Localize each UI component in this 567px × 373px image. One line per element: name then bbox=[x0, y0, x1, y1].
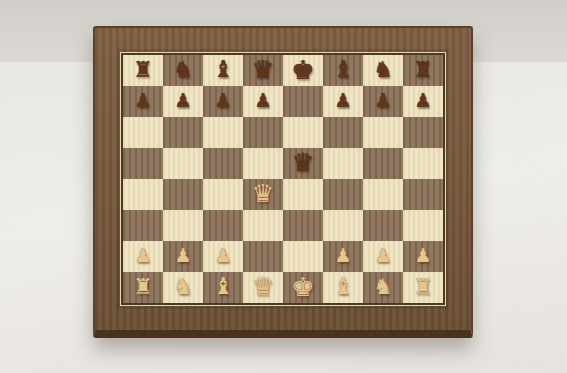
piece-white-queen-d4: ♛ bbox=[252, 181, 274, 206]
piece-black-rook-h8: ♜ bbox=[413, 59, 433, 81]
square-b5 bbox=[163, 148, 203, 179]
photo-scene: ♜♞♝♛♚♝♞♜♟♟♟♟♟♟♟♛♛♟♟♟♟♟♟♜♞♝♛♚♝♞♜ bbox=[0, 0, 567, 373]
square-d7: ♟ bbox=[243, 86, 283, 117]
piece-black-pawn-b7: ♟ bbox=[174, 91, 191, 110]
square-c2: ♟ bbox=[203, 241, 243, 272]
square-c7: ♟ bbox=[203, 86, 243, 117]
square-h4 bbox=[403, 179, 443, 210]
square-f8: ♝ bbox=[323, 55, 363, 86]
piece-black-king-e8: ♚ bbox=[291, 57, 314, 83]
square-a8: ♜ bbox=[123, 55, 163, 86]
square-c3 bbox=[203, 210, 243, 241]
square-a1: ♜ bbox=[123, 272, 163, 303]
square-c6 bbox=[203, 117, 243, 148]
square-c1: ♝ bbox=[203, 272, 243, 303]
square-g6 bbox=[363, 117, 403, 148]
square-a5 bbox=[123, 148, 163, 179]
square-b8: ♞ bbox=[163, 55, 203, 86]
square-h7: ♟ bbox=[403, 86, 443, 117]
square-b7: ♟ bbox=[163, 86, 203, 117]
square-e7 bbox=[283, 86, 323, 117]
square-b4 bbox=[163, 179, 203, 210]
square-e2 bbox=[283, 241, 323, 272]
piece-white-knight-b1: ♞ bbox=[173, 276, 193, 298]
square-d1: ♛ bbox=[243, 272, 283, 303]
square-c8: ♝ bbox=[203, 55, 243, 86]
board-frame: ♜♞♝♛♚♝♞♜♟♟♟♟♟♟♟♛♛♟♟♟♟♟♟♜♞♝♛♚♝♞♜ bbox=[93, 26, 473, 338]
square-f3 bbox=[323, 210, 363, 241]
square-h6 bbox=[403, 117, 443, 148]
square-d4: ♛ bbox=[243, 179, 283, 210]
square-e4 bbox=[283, 179, 323, 210]
square-f6 bbox=[323, 117, 363, 148]
piece-white-rook-a1: ♜ bbox=[133, 276, 153, 298]
piece-black-queen-e5: ♛ bbox=[292, 150, 314, 175]
piece-white-knight-g1: ♞ bbox=[373, 276, 393, 298]
piece-black-knight-g8: ♞ bbox=[373, 59, 393, 81]
piece-white-king-e1: ♚ bbox=[291, 274, 314, 300]
square-e3 bbox=[283, 210, 323, 241]
square-g8: ♞ bbox=[363, 55, 403, 86]
piece-black-pawn-c7: ♟ bbox=[214, 91, 231, 110]
piece-black-pawn-g7: ♟ bbox=[374, 91, 391, 110]
square-a3 bbox=[123, 210, 163, 241]
square-f7: ♟ bbox=[323, 86, 363, 117]
piece-black-pawn-h7: ♟ bbox=[414, 91, 431, 110]
square-b2: ♟ bbox=[163, 241, 203, 272]
square-b3 bbox=[163, 210, 203, 241]
square-a7: ♟ bbox=[123, 86, 163, 117]
piece-black-pawn-d7: ♟ bbox=[254, 91, 271, 110]
piece-black-pawn-f7: ♟ bbox=[334, 91, 351, 110]
square-g4 bbox=[363, 179, 403, 210]
square-h8: ♜ bbox=[403, 55, 443, 86]
piece-white-pawn-g2: ♟ bbox=[374, 246, 391, 265]
piece-white-bishop-f1: ♝ bbox=[333, 275, 354, 298]
square-f2: ♟ bbox=[323, 241, 363, 272]
square-f5 bbox=[323, 148, 363, 179]
square-h3 bbox=[403, 210, 443, 241]
square-g7: ♟ bbox=[363, 86, 403, 117]
square-e5: ♛ bbox=[283, 148, 323, 179]
square-c5 bbox=[203, 148, 243, 179]
square-e6 bbox=[283, 117, 323, 148]
square-d8: ♛ bbox=[243, 55, 283, 86]
piece-black-bishop-c8: ♝ bbox=[213, 58, 234, 81]
square-g5 bbox=[363, 148, 403, 179]
piece-black-rook-a8: ♜ bbox=[133, 59, 153, 81]
square-g3 bbox=[363, 210, 403, 241]
square-h2: ♟ bbox=[403, 241, 443, 272]
piece-white-rook-h1: ♜ bbox=[413, 276, 433, 298]
square-g1: ♞ bbox=[363, 272, 403, 303]
piece-white-pawn-c2: ♟ bbox=[214, 246, 231, 265]
piece-black-queen-d8: ♛ bbox=[252, 57, 274, 82]
piece-white-pawn-h2: ♟ bbox=[414, 246, 431, 265]
chess-board: ♜♞♝♛♚♝♞♜♟♟♟♟♟♟♟♛♛♟♟♟♟♟♟♜♞♝♛♚♝♞♜ bbox=[121, 53, 445, 305]
square-b1: ♞ bbox=[163, 272, 203, 303]
square-a6 bbox=[123, 117, 163, 148]
square-a2: ♟ bbox=[123, 241, 163, 272]
square-g2: ♟ bbox=[363, 241, 403, 272]
square-h5 bbox=[403, 148, 443, 179]
square-e8: ♚ bbox=[283, 55, 323, 86]
square-d5 bbox=[243, 148, 283, 179]
square-f1: ♝ bbox=[323, 272, 363, 303]
piece-black-bishop-f8: ♝ bbox=[333, 58, 354, 81]
piece-black-pawn-a7: ♟ bbox=[134, 91, 151, 110]
square-e1: ♚ bbox=[283, 272, 323, 303]
square-d3 bbox=[243, 210, 283, 241]
piece-white-queen-d1: ♛ bbox=[252, 274, 274, 299]
square-b6 bbox=[163, 117, 203, 148]
piece-black-knight-b8: ♞ bbox=[173, 59, 193, 81]
square-h1: ♜ bbox=[403, 272, 443, 303]
square-d6 bbox=[243, 117, 283, 148]
piece-white-pawn-f2: ♟ bbox=[334, 246, 351, 265]
square-f4 bbox=[323, 179, 363, 210]
piece-white-pawn-a2: ♟ bbox=[134, 246, 151, 265]
piece-white-bishop-c1: ♝ bbox=[213, 275, 234, 298]
square-a4 bbox=[123, 179, 163, 210]
square-c4 bbox=[203, 179, 243, 210]
square-d2 bbox=[243, 241, 283, 272]
piece-white-pawn-b2: ♟ bbox=[174, 246, 191, 265]
